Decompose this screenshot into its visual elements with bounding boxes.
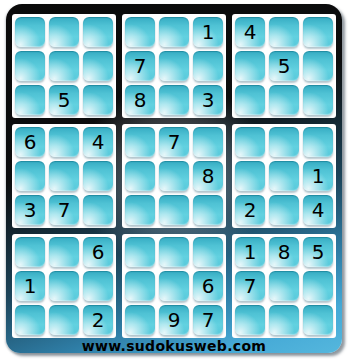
cell-r3c8[interactable] — [269, 85, 299, 115]
cell-r8c7[interactable]: 7 — [235, 271, 265, 301]
cell-r9c4[interactable] — [125, 305, 155, 335]
cell-r4c7[interactable] — [235, 127, 265, 157]
cell-r6c4[interactable] — [125, 195, 155, 225]
cell-r4c5[interactable]: 7 — [159, 127, 189, 157]
cell-r5c5[interactable] — [159, 161, 189, 191]
cell-r2c7[interactable] — [235, 51, 265, 81]
cell-r1c4[interactable] — [125, 17, 155, 47]
box-r1c3: 45 — [232, 14, 336, 118]
cell-r5c9[interactable]: 1 — [303, 161, 333, 191]
cell-r2c1[interactable] — [15, 51, 45, 81]
cell-r5c6[interactable]: 8 — [193, 161, 223, 191]
cell-r3c7[interactable] — [235, 85, 265, 115]
cell-r2c6[interactable] — [193, 51, 223, 81]
cell-r8c1[interactable]: 1 — [15, 271, 45, 301]
cell-r8c2[interactable] — [49, 271, 79, 301]
cell-r6c9[interactable]: 4 — [303, 195, 333, 225]
cell-r3c2[interactable]: 5 — [49, 85, 79, 115]
cell-r9c9[interactable] — [303, 305, 333, 335]
cell-r9c2[interactable] — [49, 305, 79, 335]
cell-r2c5[interactable] — [159, 51, 189, 81]
box-r2c3: 124 — [232, 124, 336, 228]
cell-r7c9[interactable]: 5 — [303, 237, 333, 267]
cell-r2c3[interactable] — [83, 51, 113, 81]
box-r2c2: 78 — [122, 124, 226, 228]
cell-r6c2[interactable]: 7 — [49, 195, 79, 225]
cell-r7c6[interactable] — [193, 237, 223, 267]
cell-r6c6[interactable] — [193, 195, 223, 225]
box-r1c2: 1783 — [122, 14, 226, 118]
cell-r6c5[interactable] — [159, 195, 189, 225]
box-r3c3: 1857 — [232, 234, 336, 338]
sudoku-board: 51783456437781246126971857 www.sudokuswe… — [6, 4, 342, 353]
cell-r3c4[interactable]: 8 — [125, 85, 155, 115]
cell-r9c3[interactable]: 2 — [83, 305, 113, 335]
cell-r4c6[interactable] — [193, 127, 223, 157]
cell-r7c3[interactable]: 6 — [83, 237, 113, 267]
cell-r5c4[interactable] — [125, 161, 155, 191]
cell-r3c6[interactable]: 3 — [193, 85, 223, 115]
cell-r3c5[interactable] — [159, 85, 189, 115]
cell-r8c8[interactable] — [269, 271, 299, 301]
box-r1c1: 5 — [12, 14, 116, 118]
cell-r1c1[interactable] — [15, 17, 45, 47]
cell-r3c1[interactable] — [15, 85, 45, 115]
box-r3c2: 697 — [122, 234, 226, 338]
cell-r5c2[interactable] — [49, 161, 79, 191]
cell-r6c1[interactable]: 3 — [15, 195, 45, 225]
cell-r8c3[interactable] — [83, 271, 113, 301]
cell-r1c5[interactable] — [159, 17, 189, 47]
cell-r5c1[interactable] — [15, 161, 45, 191]
box-r2c1: 6437 — [12, 124, 116, 228]
cell-r9c8[interactable] — [269, 305, 299, 335]
cell-r8c9[interactable] — [303, 271, 333, 301]
cell-r9c7[interactable] — [235, 305, 265, 335]
cell-r7c5[interactable] — [159, 237, 189, 267]
cell-r1c9[interactable] — [303, 17, 333, 47]
cell-r4c1[interactable]: 6 — [15, 127, 45, 157]
cell-r2c4[interactable]: 7 — [125, 51, 155, 81]
box-r3c1: 612 — [12, 234, 116, 338]
cell-r8c5[interactable] — [159, 271, 189, 301]
cell-r5c8[interactable] — [269, 161, 299, 191]
cell-r1c7[interactable]: 4 — [235, 17, 265, 47]
cell-r4c9[interactable] — [303, 127, 333, 157]
cell-r1c3[interactable] — [83, 17, 113, 47]
board-grid: 51783456437781246126971857 — [12, 14, 336, 338]
cell-r8c6[interactable]: 6 — [193, 271, 223, 301]
cell-r8c4[interactable] — [125, 271, 155, 301]
cell-r6c7[interactable]: 2 — [235, 195, 265, 225]
cell-r1c2[interactable] — [49, 17, 79, 47]
cell-r7c7[interactable]: 1 — [235, 237, 265, 267]
cell-r1c6[interactable]: 1 — [193, 17, 223, 47]
cell-r4c2[interactable] — [49, 127, 79, 157]
cell-r1c8[interactable] — [269, 17, 299, 47]
cell-r5c3[interactable] — [83, 161, 113, 191]
cell-r2c8[interactable]: 5 — [269, 51, 299, 81]
cell-r5c7[interactable] — [235, 161, 265, 191]
cell-r7c4[interactable] — [125, 237, 155, 267]
cell-r3c3[interactable] — [83, 85, 113, 115]
cell-r4c3[interactable]: 4 — [83, 127, 113, 157]
cell-r7c8[interactable]: 8 — [269, 237, 299, 267]
cell-r9c6[interactable]: 7 — [193, 305, 223, 335]
cell-r6c3[interactable] — [83, 195, 113, 225]
cell-r9c5[interactable]: 9 — [159, 305, 189, 335]
cell-r7c2[interactable] — [49, 237, 79, 267]
cell-r3c9[interactable] — [303, 85, 333, 115]
website-url: www.sudokusweb.com — [12, 338, 336, 353]
cell-r9c1[interactable] — [15, 305, 45, 335]
cell-r2c2[interactable] — [49, 51, 79, 81]
cell-r6c8[interactable] — [269, 195, 299, 225]
cell-r7c1[interactable] — [15, 237, 45, 267]
cell-r4c4[interactable] — [125, 127, 155, 157]
cell-r2c9[interactable] — [303, 51, 333, 81]
cell-r4c8[interactable] — [269, 127, 299, 157]
